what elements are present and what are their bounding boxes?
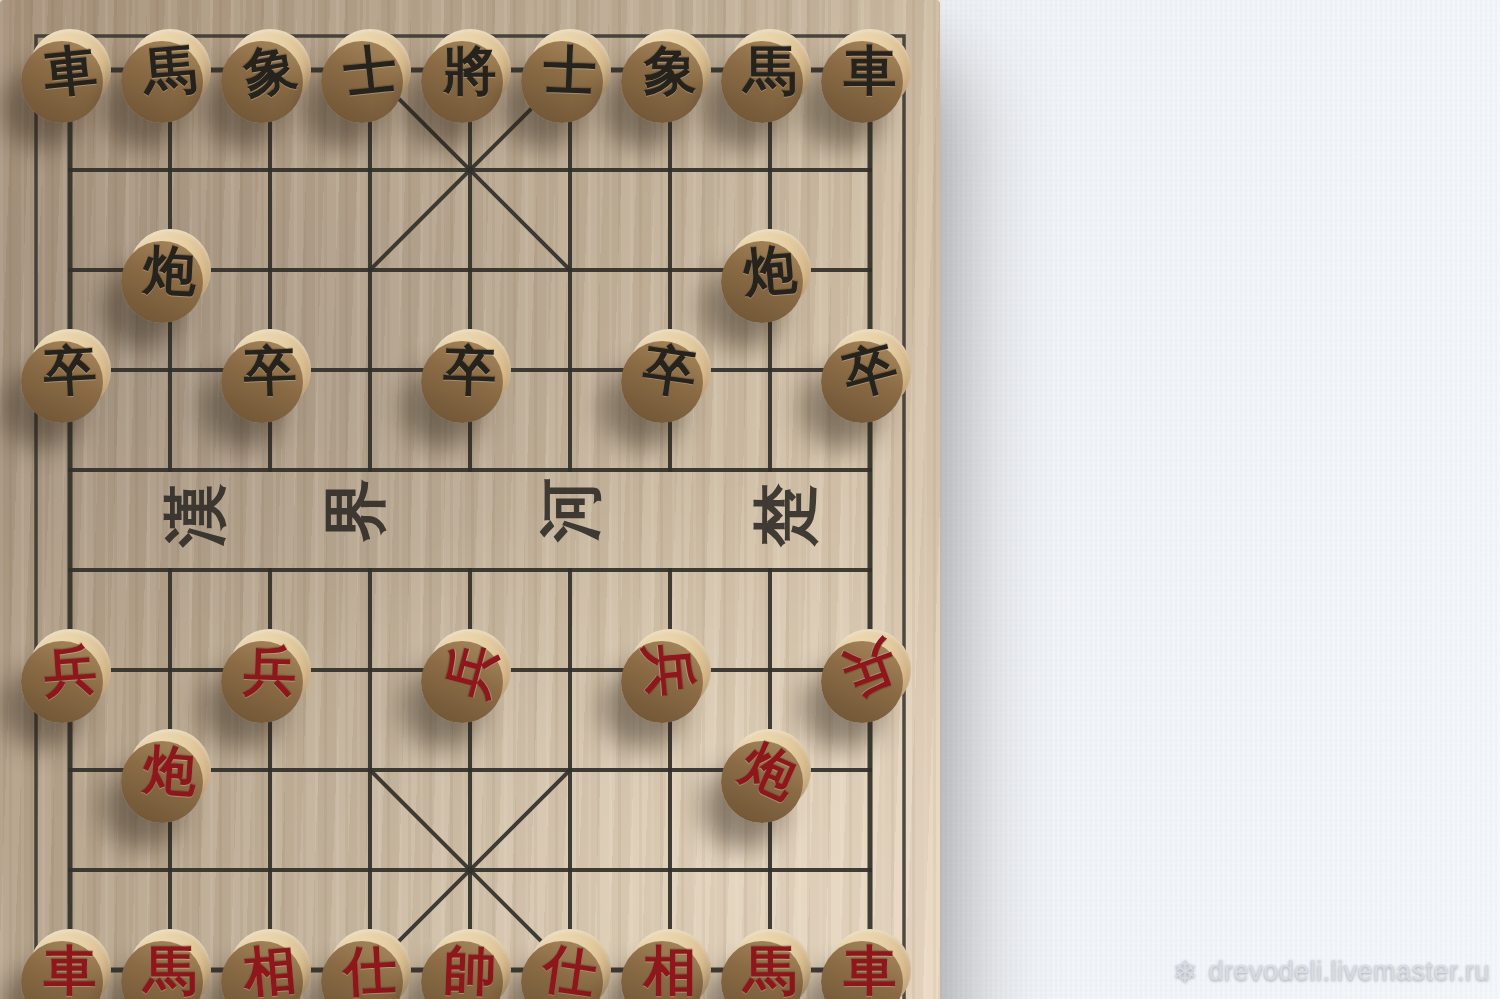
snowflake-icon: ❄ [1173, 957, 1199, 987]
piece-glyph: 兵 [626, 626, 715, 715]
piece-black-soldier-a3: 卒 [29, 329, 111, 411]
piece-black-elephant-g0: 象 [629, 29, 711, 111]
piece-black-soldier-e3: 卒 [429, 329, 511, 411]
piece-red-advisor-d9: 仕 [329, 929, 411, 999]
piece-red-horse-b9: 馬 [129, 929, 211, 999]
piece-glyph: 車 [829, 929, 911, 999]
piece-glyph: 卒 [27, 327, 113, 413]
piece-black-cannon-h2: 炮 [729, 229, 811, 311]
river-label-1: 漢 [163, 483, 227, 547]
piece-glyph: 馬 [129, 929, 211, 999]
piece-glyph: 兵 [26, 626, 114, 714]
photo-scene: 漢界河楚 車馬象士將士象馬車炮炮卒卒卒卒卒兵兵兵兵兵炮炮車馬相仕帥仕相馬車 ❄ … [0, 0, 1500, 999]
piece-glyph: 士 [528, 28, 613, 113]
piece-red-chariot-a9: 車 [29, 929, 111, 999]
watermark-text: drevodeli.livemaster.ru [1208, 956, 1490, 987]
piece-glyph: 象 [629, 29, 711, 111]
piece-glyph: 仕 [524, 924, 617, 999]
piece-red-soldier-a6: 兵 [29, 629, 111, 711]
piece-black-chariot-i0: 車 [829, 29, 911, 111]
piece-black-soldier-g3: 卒 [629, 329, 711, 411]
piece-glyph: 炮 [127, 227, 213, 313]
piece-black-general-e0: 將 [429, 29, 511, 111]
piece-glyph: 將 [429, 29, 511, 111]
piece-black-elephant-c0: 象 [229, 29, 311, 111]
piece-black-soldier-i3: 卒 [829, 329, 911, 411]
piece-glyph: 卒 [624, 324, 717, 417]
piece-red-elephant-g9: 相 [629, 929, 711, 999]
piece-black-horse-h0: 馬 [729, 29, 811, 111]
piece-glyph: 象 [223, 23, 318, 118]
piece-red-cannon-b7: 炮 [129, 729, 211, 811]
piece-glyph: 馬 [126, 26, 215, 115]
piece-red-general-e9: 帥 [429, 929, 511, 999]
piece-glyph: 士 [325, 25, 415, 115]
piece-glyph: 相 [226, 926, 315, 999]
piece-red-horse-h9: 馬 [729, 929, 811, 999]
piece-glyph: 相 [629, 929, 711, 999]
piece-red-elephant-c9: 相 [229, 929, 311, 999]
piece-black-soldier-c3: 卒 [229, 329, 311, 411]
piece-glyph: 馬 [729, 29, 811, 111]
piece-black-chariot-a0: 車 [29, 29, 111, 111]
piece-red-cannon-h7: 炮 [729, 729, 811, 811]
piece-black-horse-b0: 馬 [129, 29, 211, 111]
piece-glyph: 卒 [228, 328, 313, 413]
river-label-2: 界 [323, 478, 387, 542]
piece-glyph: 車 [29, 929, 111, 999]
piece-glyph: 車 [829, 29, 911, 111]
piece-glyph: 炮 [126, 726, 214, 814]
piece-glyph: 仕 [327, 927, 413, 999]
xiangqi-board: 漢界河楚 車馬象士將士象馬車炮炮卒卒卒卒卒兵兵兵兵兵炮炮車馬相仕帥仕相馬車 [0, 0, 940, 999]
piece-glyph: 帥 [428, 928, 513, 999]
piece-red-advisor-f9: 仕 [529, 929, 611, 999]
piece-glyph: 車 [25, 25, 115, 115]
river-label-3: 河 [538, 478, 602, 542]
piece-black-cannon-b2: 炮 [129, 229, 211, 311]
piece-black-advisor-f0: 士 [529, 29, 611, 111]
piece-black-advisor-d0: 士 [329, 29, 411, 111]
piece-red-soldier-c6: 兵 [229, 629, 311, 711]
piece-glyph: 炮 [726, 226, 815, 315]
piece-glyph: 馬 [729, 929, 811, 999]
piece-red-chariot-i9: 車 [829, 929, 911, 999]
piece-glyph: 兵 [228, 628, 313, 713]
piece-red-soldier-e6: 兵 [429, 629, 511, 711]
piece-red-soldier-g6: 兵 [629, 629, 711, 711]
piece-glyph: 卒 [428, 328, 513, 413]
piece-red-soldier-i6: 兵 [829, 629, 911, 711]
watermark: ❄ drevodeli.livemaster.ru [1173, 956, 1490, 987]
river-label-4: 楚 [753, 483, 817, 547]
